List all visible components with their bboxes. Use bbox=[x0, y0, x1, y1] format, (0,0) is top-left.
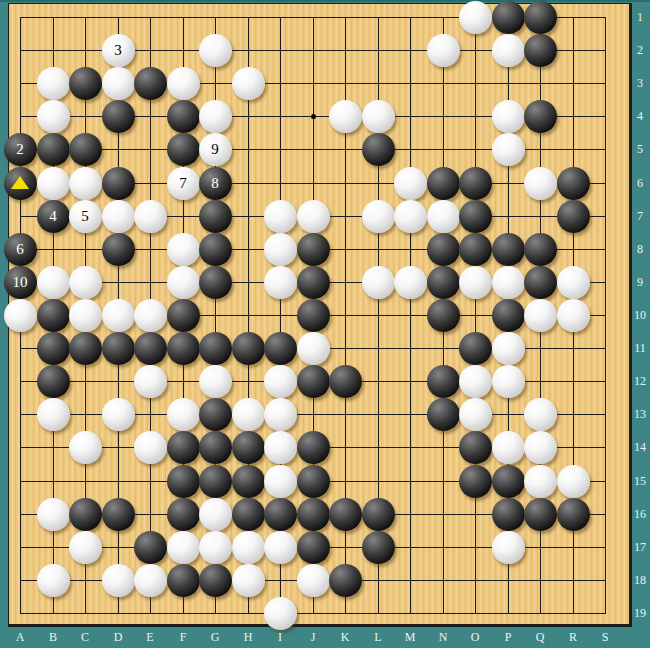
col-label-F: F bbox=[180, 631, 187, 643]
stone-C7[interactable]: 5 bbox=[69, 200, 102, 233]
stone-E10[interactable] bbox=[134, 299, 167, 332]
col-label-P: P bbox=[505, 631, 512, 643]
stone-J18[interactable] bbox=[297, 564, 330, 597]
stone-B18[interactable] bbox=[37, 564, 70, 597]
stone-F9[interactable] bbox=[167, 266, 200, 299]
row-label-12: 12 bbox=[634, 375, 646, 387]
stone-C5[interactable] bbox=[69, 133, 102, 166]
move-number-label: 10 bbox=[13, 275, 28, 290]
move-number-label: 3 bbox=[114, 43, 122, 58]
stone-A8[interactable]: 6 bbox=[4, 233, 37, 266]
stone-Q9[interactable] bbox=[524, 266, 557, 299]
stone-C17[interactable] bbox=[69, 531, 102, 564]
stone-D18[interactable] bbox=[102, 564, 135, 597]
stone-K16[interactable] bbox=[329, 498, 362, 531]
stone-L4[interactable] bbox=[362, 100, 395, 133]
stone-L9[interactable] bbox=[362, 266, 395, 299]
stone-G8[interactable] bbox=[199, 233, 232, 266]
stone-P9[interactable] bbox=[492, 266, 525, 299]
stone-O11[interactable] bbox=[459, 332, 492, 365]
stone-H17[interactable] bbox=[232, 531, 265, 564]
row-label-4: 4 bbox=[637, 110, 643, 122]
grid-line bbox=[410, 17, 411, 614]
stone-A6[interactable] bbox=[4, 167, 37, 200]
stone-F15[interactable] bbox=[167, 465, 200, 498]
row-label-3: 3 bbox=[637, 77, 643, 89]
col-label-L: L bbox=[374, 631, 381, 643]
stone-I14[interactable] bbox=[264, 431, 297, 464]
move-number-label: 2 bbox=[16, 142, 24, 157]
stone-E14[interactable] bbox=[134, 431, 167, 464]
star-point bbox=[311, 114, 316, 119]
move-number-label: 5 bbox=[81, 209, 89, 224]
stone-R9[interactable] bbox=[557, 266, 590, 299]
stone-R10[interactable] bbox=[557, 299, 590, 332]
stone-D2[interactable]: 3 bbox=[102, 34, 135, 67]
stone-L16[interactable] bbox=[362, 498, 395, 531]
stone-P10[interactable] bbox=[492, 299, 525, 332]
stone-B7[interactable]: 4 bbox=[37, 200, 70, 233]
stone-G7[interactable] bbox=[199, 200, 232, 233]
stone-K4[interactable] bbox=[329, 100, 362, 133]
stone-P14[interactable] bbox=[492, 431, 525, 464]
stone-B5[interactable] bbox=[37, 133, 70, 166]
stone-P11[interactable] bbox=[492, 332, 525, 365]
stone-G5[interactable]: 9 bbox=[199, 133, 232, 166]
stone-R7[interactable] bbox=[557, 200, 590, 233]
row-label-6: 6 bbox=[637, 177, 643, 189]
row-label-9: 9 bbox=[637, 276, 643, 288]
stone-F16[interactable] bbox=[167, 498, 200, 531]
stone-I9[interactable] bbox=[264, 266, 297, 299]
stone-O15[interactable] bbox=[459, 465, 492, 498]
stone-E18[interactable] bbox=[134, 564, 167, 597]
stone-P2[interactable] bbox=[492, 34, 525, 67]
stone-C9[interactable] bbox=[69, 266, 102, 299]
stone-J12[interactable] bbox=[297, 365, 330, 398]
stone-M7[interactable] bbox=[394, 200, 427, 233]
stone-Q8[interactable] bbox=[524, 233, 557, 266]
stone-B3[interactable] bbox=[37, 67, 70, 100]
stone-D6[interactable] bbox=[102, 167, 135, 200]
stone-D16[interactable] bbox=[102, 498, 135, 531]
row-label-11: 11 bbox=[634, 342, 646, 354]
stone-F8[interactable] bbox=[167, 233, 200, 266]
stone-O1[interactable] bbox=[459, 1, 492, 34]
stone-F4[interactable] bbox=[167, 100, 200, 133]
stone-N2[interactable] bbox=[427, 34, 460, 67]
stone-Q4[interactable] bbox=[524, 100, 557, 133]
stone-K18[interactable] bbox=[329, 564, 362, 597]
stone-Q6[interactable] bbox=[524, 167, 557, 200]
stone-B4[interactable] bbox=[37, 100, 70, 133]
stone-A9[interactable]: 10 bbox=[4, 266, 37, 299]
stone-C3[interactable] bbox=[69, 67, 102, 100]
col-label-A: A bbox=[16, 631, 25, 643]
col-label-I: I bbox=[278, 631, 282, 643]
stone-O6[interactable] bbox=[459, 167, 492, 200]
stone-Q1[interactable] bbox=[524, 1, 557, 34]
col-label-C: C bbox=[81, 631, 89, 643]
stone-E17[interactable] bbox=[134, 531, 167, 564]
stone-Q2[interactable] bbox=[524, 34, 557, 67]
stone-Q10[interactable] bbox=[524, 299, 557, 332]
stone-G17[interactable] bbox=[199, 531, 232, 564]
stone-I8[interactable] bbox=[264, 233, 297, 266]
stone-E3[interactable] bbox=[134, 67, 167, 100]
stone-I19[interactable] bbox=[264, 597, 297, 630]
row-label-17: 17 bbox=[634, 541, 646, 553]
stone-I7[interactable] bbox=[264, 200, 297, 233]
stone-J14[interactable] bbox=[297, 431, 330, 464]
stone-G15[interactable] bbox=[199, 465, 232, 498]
col-label-G: G bbox=[211, 631, 220, 643]
stone-G9[interactable] bbox=[199, 266, 232, 299]
stone-P12[interactable] bbox=[492, 365, 525, 398]
row-label-1: 1 bbox=[637, 11, 643, 23]
stone-Q15[interactable] bbox=[524, 465, 557, 498]
stone-F18[interactable] bbox=[167, 564, 200, 597]
stone-C11[interactable] bbox=[69, 332, 102, 365]
col-label-E: E bbox=[146, 631, 153, 643]
stone-H3[interactable] bbox=[232, 67, 265, 100]
stone-G14[interactable] bbox=[199, 431, 232, 464]
stone-F6[interactable]: 7 bbox=[167, 167, 200, 200]
stone-C16[interactable] bbox=[69, 498, 102, 531]
stone-N7[interactable] bbox=[427, 200, 460, 233]
stone-Q14[interactable] bbox=[524, 431, 557, 464]
stone-N8[interactable] bbox=[427, 233, 460, 266]
col-label-H: H bbox=[244, 631, 253, 643]
row-label-8: 8 bbox=[637, 243, 643, 255]
stone-F11[interactable] bbox=[167, 332, 200, 365]
stone-H16[interactable] bbox=[232, 498, 265, 531]
row-label-15: 15 bbox=[634, 475, 646, 487]
row-label-16: 16 bbox=[634, 508, 646, 520]
row-label-10: 10 bbox=[634, 309, 646, 321]
stone-D3[interactable] bbox=[102, 67, 135, 100]
stone-G6[interactable]: 8 bbox=[199, 167, 232, 200]
stone-J16[interactable] bbox=[297, 498, 330, 531]
stone-C10[interactable] bbox=[69, 299, 102, 332]
stone-Q13[interactable] bbox=[524, 398, 557, 431]
stone-F5[interactable] bbox=[167, 133, 200, 166]
stone-P17[interactable] bbox=[492, 531, 525, 564]
stone-N6[interactable] bbox=[427, 167, 460, 200]
stone-G2[interactable] bbox=[199, 34, 232, 67]
stone-D8[interactable] bbox=[102, 233, 135, 266]
stone-I16[interactable] bbox=[264, 498, 297, 531]
stone-P1[interactable] bbox=[492, 1, 525, 34]
stone-O7[interactable] bbox=[459, 200, 492, 233]
stone-I15[interactable] bbox=[264, 465, 297, 498]
stone-L7[interactable] bbox=[362, 200, 395, 233]
stone-R6[interactable] bbox=[557, 167, 590, 200]
stone-N10[interactable] bbox=[427, 299, 460, 332]
stone-H14[interactable] bbox=[232, 431, 265, 464]
col-label-K: K bbox=[341, 631, 350, 643]
stone-B11[interactable] bbox=[37, 332, 70, 365]
stone-B10[interactable] bbox=[37, 299, 70, 332]
stone-C14[interactable] bbox=[69, 431, 102, 464]
stone-J15[interactable] bbox=[297, 465, 330, 498]
stone-J9[interactable] bbox=[297, 266, 330, 299]
move-number-label: 9 bbox=[211, 142, 219, 157]
stone-G18[interactable] bbox=[199, 564, 232, 597]
row-label-18: 18 bbox=[634, 574, 646, 586]
row-label-5: 5 bbox=[637, 143, 643, 155]
stone-G12[interactable] bbox=[199, 365, 232, 398]
triangle-mark-icon bbox=[11, 176, 29, 189]
stone-J7[interactable] bbox=[297, 200, 330, 233]
stone-F3[interactable] bbox=[167, 67, 200, 100]
stone-O8[interactable] bbox=[459, 233, 492, 266]
stone-O9[interactable] bbox=[459, 266, 492, 299]
stone-D13[interactable] bbox=[102, 398, 135, 431]
stone-G11[interactable] bbox=[199, 332, 232, 365]
stone-Q16[interactable] bbox=[524, 498, 557, 531]
stone-H11[interactable] bbox=[232, 332, 265, 365]
col-label-S: S bbox=[602, 631, 609, 643]
move-number-label: 6 bbox=[16, 242, 24, 257]
stone-N12[interactable] bbox=[427, 365, 460, 398]
stone-B9[interactable] bbox=[37, 266, 70, 299]
stone-B16[interactable] bbox=[37, 498, 70, 531]
stone-D4[interactable] bbox=[102, 100, 135, 133]
move-number-label: 7 bbox=[179, 176, 187, 191]
stone-C6[interactable] bbox=[69, 167, 102, 200]
col-label-Q: Q bbox=[536, 631, 545, 643]
stone-M9[interactable] bbox=[394, 266, 427, 299]
stone-J17[interactable] bbox=[297, 531, 330, 564]
stone-I11[interactable] bbox=[264, 332, 297, 365]
stone-F17[interactable] bbox=[167, 531, 200, 564]
move-number-label: 4 bbox=[49, 209, 57, 224]
stone-A10[interactable] bbox=[4, 299, 37, 332]
grid-line bbox=[475, 17, 476, 614]
stone-H15[interactable] bbox=[232, 465, 265, 498]
stone-H13[interactable] bbox=[232, 398, 265, 431]
stone-F13[interactable] bbox=[167, 398, 200, 431]
stone-K12[interactable] bbox=[329, 365, 362, 398]
stone-D10[interactable] bbox=[102, 299, 135, 332]
col-label-D: D bbox=[114, 631, 123, 643]
stone-I13[interactable] bbox=[264, 398, 297, 431]
stone-G13[interactable] bbox=[199, 398, 232, 431]
stone-A5[interactable]: 2 bbox=[4, 133, 37, 166]
col-label-M: M bbox=[405, 631, 416, 643]
stone-J8[interactable] bbox=[297, 233, 330, 266]
stone-P8[interactable] bbox=[492, 233, 525, 266]
stone-O14[interactable] bbox=[459, 431, 492, 464]
row-label-14: 14 bbox=[634, 441, 646, 453]
stone-N13[interactable] bbox=[427, 398, 460, 431]
go-diagram: 3297845610 ABCDEFGHIJKLMNOPQRS1234567891… bbox=[0, 0, 650, 648]
stone-B6[interactable] bbox=[37, 167, 70, 200]
stone-B13[interactable] bbox=[37, 398, 70, 431]
stone-E11[interactable] bbox=[134, 332, 167, 365]
stone-L17[interactable] bbox=[362, 531, 395, 564]
stone-I12[interactable] bbox=[264, 365, 297, 398]
stone-E12[interactable] bbox=[134, 365, 167, 398]
stone-P4[interactable] bbox=[492, 100, 525, 133]
stone-O12[interactable] bbox=[459, 365, 492, 398]
stone-J10[interactable] bbox=[297, 299, 330, 332]
grid-line bbox=[605, 17, 606, 614]
stone-P16[interactable] bbox=[492, 498, 525, 531]
col-label-O: O bbox=[471, 631, 480, 643]
stone-R15[interactable] bbox=[557, 465, 590, 498]
stone-F14[interactable] bbox=[167, 431, 200, 464]
col-label-R: R bbox=[569, 631, 577, 643]
row-label-19: 19 bbox=[634, 607, 646, 619]
stone-G16[interactable] bbox=[199, 498, 232, 531]
move-number-label: 8 bbox=[211, 176, 219, 191]
row-label-7: 7 bbox=[637, 210, 643, 222]
col-label-N: N bbox=[439, 631, 448, 643]
go-board[interactable]: 3297845610 bbox=[8, 3, 632, 627]
row-label-2: 2 bbox=[637, 44, 643, 56]
row-label-13: 13 bbox=[634, 408, 646, 420]
stone-G4[interactable] bbox=[199, 100, 232, 133]
col-label-J: J bbox=[311, 631, 316, 643]
stone-H18[interactable] bbox=[232, 564, 265, 597]
stone-B12[interactable] bbox=[37, 365, 70, 398]
stone-I17[interactable] bbox=[264, 531, 297, 564]
col-label-B: B bbox=[49, 631, 57, 643]
stone-L5[interactable] bbox=[362, 133, 395, 166]
stone-R16[interactable] bbox=[557, 498, 590, 531]
stone-P15[interactable] bbox=[492, 465, 525, 498]
stone-P5[interactable] bbox=[492, 133, 525, 166]
stone-E7[interactable] bbox=[134, 200, 167, 233]
stone-O13[interactable] bbox=[459, 398, 492, 431]
stone-M6[interactable] bbox=[394, 167, 427, 200]
stone-F10[interactable] bbox=[167, 299, 200, 332]
stone-D7[interactable] bbox=[102, 200, 135, 233]
stone-N9[interactable] bbox=[427, 266, 460, 299]
stone-J11[interactable] bbox=[297, 332, 330, 365]
stone-D11[interactable] bbox=[102, 332, 135, 365]
